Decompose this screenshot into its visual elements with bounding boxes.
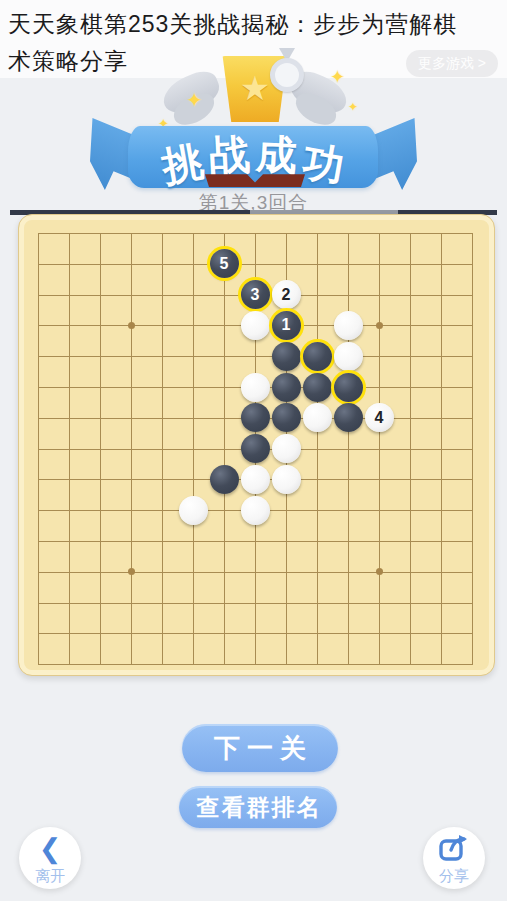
share-label: 分享 xyxy=(423,867,485,886)
white-stone xyxy=(241,465,270,494)
medal-icon xyxy=(270,58,304,92)
grid-line-h xyxy=(38,541,473,542)
black-stone xyxy=(303,342,332,371)
black-stone xyxy=(210,465,239,494)
grid-line-v xyxy=(379,233,380,665)
grid-line-h xyxy=(38,572,473,573)
grid-line-v xyxy=(410,233,411,665)
black-stone: 3 xyxy=(241,280,270,309)
white-stone: 2 xyxy=(272,280,301,309)
white-stone xyxy=(334,311,363,340)
sparkle-icon: ✦ xyxy=(186,88,203,112)
black-stone xyxy=(303,373,332,402)
more-games-button[interactable]: 更多游戏 > xyxy=(406,50,498,77)
leave-button[interactable]: ❮ 离开 xyxy=(19,827,81,889)
black-stone: 1 xyxy=(272,311,301,340)
black-stone xyxy=(334,403,363,432)
black-stone xyxy=(241,434,270,463)
black-stone xyxy=(272,403,301,432)
board-grid: 53214 xyxy=(38,233,473,665)
grid-line-v xyxy=(317,233,318,665)
white-stone xyxy=(179,496,208,525)
title-line2: 术策略分享 xyxy=(8,48,128,74)
star-point xyxy=(128,322,135,329)
title-line1: 天天象棋第253关挑战揭秘：步步为营解棋 xyxy=(8,11,457,37)
next-level-button[interactable]: 下一关 xyxy=(182,724,338,772)
challenge-success-banner: 挑 战 成 功 xyxy=(128,126,378,188)
black-stone xyxy=(241,403,270,432)
back-chevron-icon: ❮ xyxy=(19,834,81,864)
black-stone xyxy=(272,373,301,402)
grid-line-h xyxy=(38,603,473,604)
grid-line-v xyxy=(441,233,442,665)
white-stone xyxy=(241,373,270,402)
view-group-rank-button[interactable]: 查看群排名 xyxy=(179,786,337,828)
banner-char: 功 xyxy=(299,133,349,194)
leave-label: 离开 xyxy=(19,867,81,886)
black-stone xyxy=(334,373,363,402)
sparkle-icon: ✦ xyxy=(330,66,345,88)
white-stone xyxy=(272,434,301,463)
white-stone xyxy=(272,465,301,494)
star-point xyxy=(128,568,135,575)
black-stone xyxy=(272,342,301,371)
star-point xyxy=(376,568,383,575)
star-point xyxy=(376,322,383,329)
gomoku-board[interactable]: 53214 xyxy=(18,214,495,676)
white-stone: 4 xyxy=(365,403,394,432)
app-root: { "game": "gomoku (五子棋) level-challenge … xyxy=(0,0,507,901)
share-icon xyxy=(423,834,485,868)
grid-line-v xyxy=(348,233,349,665)
share-button[interactable]: 分享 xyxy=(423,827,485,889)
sparkle-icon: ✦ xyxy=(348,100,358,114)
black-stone: 5 xyxy=(210,249,239,278)
grid-line-h xyxy=(38,664,473,665)
grid-line-h xyxy=(38,633,473,634)
white-stone xyxy=(334,342,363,371)
white-stone xyxy=(241,496,270,525)
white-stone xyxy=(241,311,270,340)
white-stone xyxy=(303,403,332,432)
banner-char: 挑 xyxy=(158,133,208,194)
grid-line-v xyxy=(472,233,473,665)
